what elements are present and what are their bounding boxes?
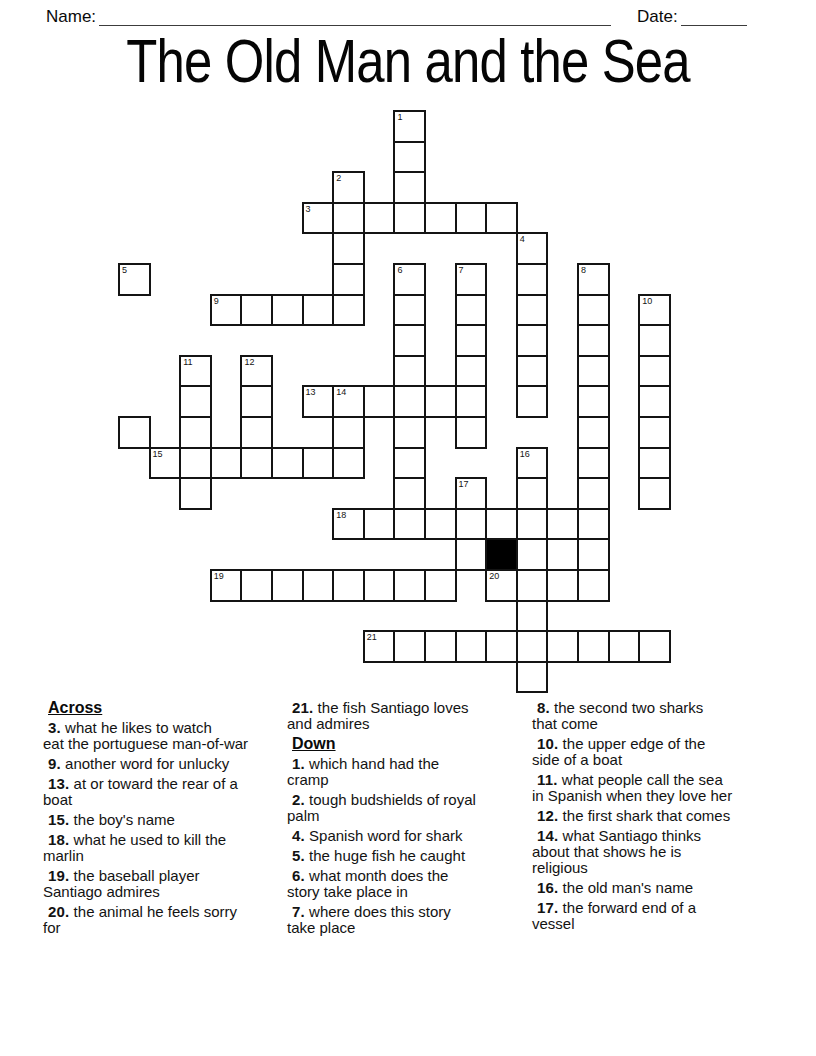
clue-number: 13. [48, 775, 69, 792]
grid-cell-r9c2[interactable] [179, 385, 212, 418]
grid-cell-r15c6[interactable] [302, 569, 335, 602]
grid-cell-r13c14[interactable] [546, 508, 579, 541]
clue-down-7: 7. where does this story take place [287, 904, 513, 936]
grid-cell-r6c5[interactable] [271, 294, 304, 327]
grid-cell-r0c9[interactable]: 1 [393, 110, 426, 143]
clue-down-17: 17. the forward end of a vessel [532, 900, 756, 932]
grid-cell-r3c8[interactable] [363, 202, 396, 235]
clue-down-11: 11. what people call the sea in Spanish … [532, 772, 756, 804]
grid-cell-r6c7[interactable] [332, 294, 365, 327]
grid-cell-r9c6[interactable]: 13 [302, 385, 335, 418]
grid-cell-r6c9[interactable] [393, 294, 426, 327]
cell-number-19: 19 [214, 571, 224, 581]
grid-cell-r11c1[interactable]: 15 [149, 447, 182, 480]
grid-cell-r15c15[interactable] [577, 569, 610, 602]
grid-cell-r11c5[interactable] [271, 447, 304, 480]
grid-cell-r17c17[interactable] [638, 630, 671, 663]
grid-cell-r10c17[interactable] [638, 416, 671, 449]
grid-cell-r15c10[interactable] [424, 569, 457, 602]
grid-cell-r11c13[interactable]: 16 [516, 447, 549, 480]
grid-cell-r9c15[interactable] [577, 385, 610, 418]
grid-cell-r15c3[interactable]: 19 [210, 569, 243, 602]
clue-down-12: 12. the first shark that comes [532, 808, 756, 824]
grid-cell-r6c13[interactable] [516, 294, 549, 327]
grid-cell-r13c9[interactable] [393, 508, 426, 541]
grid-cell-r5c9[interactable]: 6 [393, 263, 426, 296]
grid-cell-r16c13[interactable] [516, 600, 549, 633]
grid-cell-r13c10[interactable] [424, 508, 457, 541]
cell-number-15: 15 [153, 449, 163, 459]
grid-cell-r8c17[interactable] [638, 355, 671, 388]
grid-cell-r9c8[interactable] [363, 385, 396, 418]
grid-cell-r17c13[interactable] [516, 630, 549, 663]
date-blank-line[interactable] [681, 25, 747, 26]
grid-cell-r10c2[interactable] [179, 416, 212, 449]
clue-across-19: 19. the baseball player Santiago admires [43, 868, 291, 900]
grid-cell-r9c4[interactable] [240, 385, 273, 418]
grid-cell-r15c9[interactable] [393, 569, 426, 602]
cell-number-16: 16 [520, 449, 530, 459]
grid-cell-r3c10[interactable] [424, 202, 457, 235]
cell-number-14: 14 [336, 387, 346, 397]
grid-cell-r7c11[interactable] [455, 324, 488, 357]
clue-number: 4. [292, 827, 305, 844]
grid-cell-r9c9[interactable] [393, 385, 426, 418]
grid-cell-r13c11[interactable] [455, 508, 488, 541]
name-field-label: Name: [46, 7, 96, 27]
grid-cell-r9c7[interactable]: 14 [332, 385, 365, 418]
clue-number: 6. [292, 867, 305, 884]
clue-number: 11. [537, 771, 558, 788]
clue-down-14: 14. what Santiago thinks about that show… [532, 828, 756, 876]
cell-number-20: 20 [489, 571, 499, 581]
clue-down-5: 5. the huge fish he caught [287, 848, 513, 864]
cell-number-4: 4 [520, 234, 525, 244]
grid-cell-r11c15[interactable] [577, 447, 610, 480]
cell-number-17: 17 [459, 479, 469, 489]
grid-cell-r13c15[interactable] [577, 508, 610, 541]
grid-cell-r8c15[interactable] [577, 355, 610, 388]
cell-number-9: 9 [214, 296, 219, 306]
grid-cell-r17c15[interactable] [577, 630, 610, 663]
grid-cell-r11c9[interactable] [393, 447, 426, 480]
clue-number: 15. [48, 811, 69, 828]
grid-cell-r13c8[interactable] [363, 508, 396, 541]
grid-cell-r11c7[interactable] [332, 447, 365, 480]
clue-number: 5. [292, 847, 305, 864]
clue-number: 7. [292, 903, 305, 920]
grid-cell-r4c13[interactable]: 4 [516, 232, 549, 265]
grid-cell-r6c17[interactable]: 10 [638, 294, 671, 327]
grid-cell-r10c9[interactable] [393, 416, 426, 449]
clue-across-18: 18. what he used to kill the marlin [43, 832, 291, 864]
grid-cell-r10c0[interactable] [118, 416, 151, 449]
grid-cell-r10c11[interactable] [455, 416, 488, 449]
grid-cell-r3c12[interactable] [485, 202, 518, 235]
grid-cell-r5c13[interactable] [516, 263, 549, 296]
clue-down-16: 16. the old man's name [532, 880, 756, 896]
grid-cell-r11c17[interactable] [638, 447, 671, 480]
clue-down-1: 1. which hand had the cramp [287, 756, 513, 788]
across-heading: Across [43, 700, 291, 716]
grid-cell-r7c15[interactable] [577, 324, 610, 357]
grid-cell-r9c11[interactable] [455, 385, 488, 418]
grid-cell-r11c4[interactable] [240, 447, 273, 480]
clue-number: 20. [48, 903, 69, 920]
cell-number-5: 5 [122, 265, 127, 275]
grid-cell-r15c14[interactable] [546, 569, 579, 602]
clue-across-9: 9. another word for unlucky [43, 756, 291, 772]
clue-number: 21. [292, 699, 313, 716]
grid-cell-r9c17[interactable] [638, 385, 671, 418]
cell-number-8: 8 [581, 265, 586, 275]
cell-number-18: 18 [336, 510, 346, 520]
grid-cell-r17c9[interactable] [393, 630, 426, 663]
clue-column-down: 8. the second two sharks that come10. th… [532, 700, 756, 936]
grid-cell-r2c7[interactable]: 2 [332, 171, 365, 204]
clue-down-4: 4. Spanish word for shark [287, 828, 513, 844]
cell-number-6: 6 [397, 265, 402, 275]
clue-down-6: 6. what month does the story take place … [287, 868, 513, 900]
clue-number: 16. [537, 879, 558, 896]
grid-cell-r8c11[interactable] [455, 355, 488, 388]
cell-number-7: 7 [459, 265, 464, 275]
grid-cell-r12c17[interactable] [638, 477, 671, 510]
grid-cell-r6c11[interactable] [455, 294, 488, 327]
grid-cell-r17c14[interactable] [546, 630, 579, 663]
cell-number-13: 13 [306, 387, 316, 397]
clue-down-8: 8. the second two sharks that come [532, 700, 756, 732]
grid-cell-r9c13[interactable] [516, 385, 549, 418]
clue-column-middle: 21. the fish Santiago loves and admiresD… [287, 700, 513, 940]
cell-number-11: 11 [183, 357, 192, 367]
grid-cell-r7c13[interactable] [516, 324, 549, 357]
grid-cell-r12c2[interactable] [179, 477, 212, 510]
clue-number: 2. [292, 791, 305, 808]
grid-cell-r5c0[interactable]: 5 [118, 263, 151, 296]
clue-number: 8. [537, 699, 550, 716]
grid-cell-r5c7[interactable] [332, 263, 365, 296]
cell-number-1: 1 [397, 112, 402, 122]
grid-cell-r14c13[interactable] [516, 538, 549, 571]
date-field-label: Date: [637, 7, 678, 27]
clue-column-across: Across3. what he likes to watch eat the … [43, 700, 291, 940]
grid-cell-r7c9[interactable] [393, 324, 426, 357]
clue-number: 18. [48, 831, 69, 848]
grid-cell-r8c4[interactable]: 12 [240, 355, 273, 388]
grid-cell-r6c3[interactable]: 9 [210, 294, 243, 327]
clue-across-3: 3. what he likes to watch eat the portug… [43, 720, 291, 752]
down-heading: Down [287, 736, 513, 752]
grid-cell-r2c9[interactable] [393, 171, 426, 204]
grid-cell-r11c2[interactable] [179, 447, 212, 480]
puzzle-title: The Old Man and the Sea [73, 30, 742, 92]
clue-number: 10. [537, 735, 558, 752]
grid-cell-r15c7[interactable] [332, 569, 365, 602]
grid-cell-r14c11[interactable] [455, 538, 488, 571]
grid-cell-r13c7[interactable]: 18 [332, 508, 365, 541]
grid-cell-r11c3[interactable] [210, 447, 243, 480]
grid-cell-r14c14[interactable] [546, 538, 579, 571]
clue-number: 17. [537, 899, 558, 916]
clue-down-2: 2. tough budshields of royal palm [287, 792, 513, 824]
grid-cell-r11c6[interactable] [302, 447, 335, 480]
cell-number-3: 3 [306, 204, 311, 214]
clue-number: 9. [48, 755, 61, 772]
grid-cell-r12c15[interactable] [577, 477, 610, 510]
grid-cell-r7c17[interactable] [638, 324, 671, 357]
grid-cell-r17c10[interactable] [424, 630, 457, 663]
grid-cell-r8c9[interactable] [393, 355, 426, 388]
grid-cell-r9c10[interactable] [424, 385, 457, 418]
clue-number: 14. [537, 827, 558, 844]
clue-number: 1. [292, 755, 305, 772]
grid-cell-r13c12[interactable] [485, 508, 518, 541]
grid-cell-r12c11[interactable]: 17 [455, 477, 488, 510]
clue-across-13: 13. at or toward the rear of a boat [43, 776, 291, 808]
grid-cell-r5c11[interactable]: 7 [455, 263, 488, 296]
cell-number-2: 2 [336, 173, 341, 183]
grid-cell-r10c7[interactable] [332, 416, 365, 449]
grid-cell-r12c9[interactable] [393, 477, 426, 510]
clue-down-10: 10. the upper edge of the side of a boat [532, 736, 756, 768]
cell-number-10: 10 [642, 296, 652, 306]
grid-cell-r6c4[interactable] [240, 294, 273, 327]
grid-cell-r17c11[interactable] [455, 630, 488, 663]
grid-cell-r4c7[interactable] [332, 232, 365, 265]
grid-cell-r15c4[interactable] [240, 569, 273, 602]
grid-cell-r17c8[interactable]: 21 [363, 630, 396, 663]
grid-cell-r8c13[interactable] [516, 355, 549, 388]
grid-cell-r14c15[interactable] [577, 538, 610, 571]
grid-cell-r18c13[interactable] [516, 661, 549, 694]
grid-cell-r15c8[interactable] [363, 569, 396, 602]
cell-number-21: 21 [367, 632, 377, 642]
clue-number: 19. [48, 867, 69, 884]
grid-cell-r3c7[interactable] [332, 202, 365, 235]
grid-cell-r5c15[interactable]: 8 [577, 263, 610, 296]
grid-cell-r15c5[interactable] [271, 569, 304, 602]
clue-across-21: 21. the fish Santiago loves and admires [287, 700, 513, 732]
grid-cell-r12c13[interactable] [516, 477, 549, 510]
grid-cell-r10c15[interactable] [577, 416, 610, 449]
grid-cell-r8c2[interactable]: 11 [179, 355, 212, 388]
grid-cell-r6c15[interactable] [577, 294, 610, 327]
grid-cell-r3c6[interactable]: 3 [302, 202, 335, 235]
grid-cell-r3c9[interactable] [393, 202, 426, 235]
cell-number-12: 12 [244, 357, 254, 367]
grid-cell-r13c13[interactable] [516, 508, 549, 541]
clue-number: 12. [537, 807, 558, 824]
grid-cell-r6c6[interactable] [302, 294, 335, 327]
grid-cell-r17c16[interactable] [608, 630, 641, 663]
grid-cell-r17c12[interactable] [485, 630, 518, 663]
grid-cell-r3c11[interactable] [455, 202, 488, 235]
grid-cell-r1c9[interactable] [393, 141, 426, 174]
grid-cell-r10c4[interactable] [240, 416, 273, 449]
blocked-cell [485, 538, 518, 571]
clue-across-15: 15. the boy's name [43, 812, 291, 828]
clue-number: 3. [48, 719, 61, 736]
grid-cell-r15c12[interactable]: 20 [485, 569, 518, 602]
clue-across-20: 20. the animal he feels sorry for [43, 904, 291, 936]
grid-cell-r15c13[interactable] [516, 569, 549, 602]
